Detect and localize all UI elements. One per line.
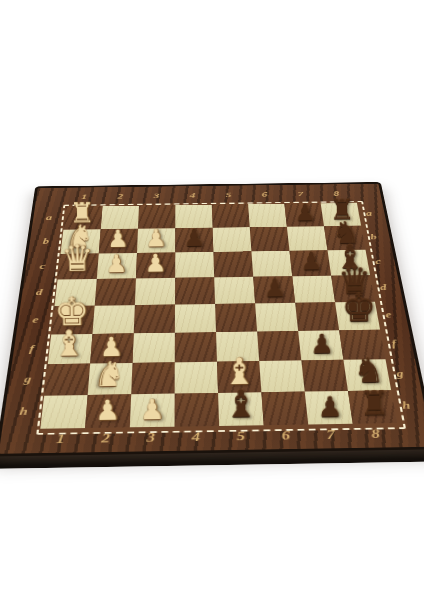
square-e1: ♚ — [51, 306, 94, 335]
label-left-e: e — [22, 306, 48, 335]
square-g7 — [301, 360, 348, 392]
square-c8: ♝ — [328, 250, 371, 276]
square-f4 — [175, 332, 217, 362]
square-a4 — [175, 205, 212, 229]
square-e8: ♚ — [335, 302, 380, 331]
photo-stage: 12345678 12345678 abcdefgh abcdefgh ♜♟♜♞… — [0, 0, 424, 600]
label-left-c: c — [30, 253, 55, 279]
white-pawn-f2: ♟ — [99, 334, 123, 361]
square-g3 — [131, 362, 175, 394]
white-pawn-b2: ♟ — [107, 227, 129, 251]
label-left-h: h — [9, 395, 38, 429]
square-c4 — [175, 252, 214, 278]
square-b6 — [250, 227, 290, 252]
square-a8: ♜ — [321, 203, 361, 226]
square-f7: ♟ — [298, 330, 343, 360]
square-f5 — [216, 331, 259, 361]
chess-board: 12345678 12345678 abcdefgh abcdefgh ♜♟♜♞… — [0, 182, 424, 456]
square-d3 — [135, 278, 175, 305]
black-pawn-c7: ♟ — [300, 249, 322, 274]
square-a7: ♟ — [284, 203, 324, 227]
square-d5 — [214, 277, 255, 304]
square-e4 — [175, 304, 216, 333]
label-top-7: 7 — [282, 188, 319, 201]
square-a6 — [248, 204, 287, 228]
square-f2: ♟ — [90, 333, 134, 363]
square-e7 — [295, 302, 339, 331]
label-top-4: 4 — [174, 189, 210, 202]
square-c1: ♛ — [58, 253, 99, 279]
square-g6 — [259, 360, 305, 392]
board-front-edge — [0, 446, 424, 469]
square-h6 — [261, 392, 308, 426]
square-f3 — [132, 333, 174, 363]
playing-area-dotted-border: ♜♟♜♞♟♟♟♞♛♟♟♟♝♟♛♚♚♝♟♟♞♝♞♟♟♝♟♜ — [36, 201, 406, 435]
square-b7 — [287, 226, 328, 251]
square-b4: ♟ — [175, 228, 213, 253]
square-h2: ♟ — [85, 394, 131, 428]
label-left-a: a — [37, 206, 60, 229]
label-top-6: 6 — [246, 188, 283, 201]
square-e5 — [215, 303, 257, 332]
square-h3: ♟ — [130, 394, 175, 428]
square-c3: ♟ — [136, 252, 175, 278]
black-pawn-d6: ♟ — [263, 275, 286, 300]
white-pawn-h2: ♟ — [95, 396, 120, 424]
square-d7 — [292, 276, 335, 303]
square-g4 — [175, 362, 218, 394]
label-top-5: 5 — [210, 189, 247, 202]
square-e2 — [92, 305, 134, 334]
square-a5 — [212, 204, 250, 228]
square-b1: ♞ — [61, 229, 101, 254]
square-c7: ♟ — [289, 250, 331, 276]
black-rook-a8: ♜ — [329, 196, 354, 224]
square-a3 — [138, 205, 175, 229]
label-left-f: f — [18, 334, 45, 364]
square-h1 — [40, 395, 87, 429]
square-f8 — [339, 330, 385, 360]
square-e3 — [134, 305, 175, 334]
white-pawn-c2: ♟ — [105, 252, 127, 277]
square-d2 — [95, 278, 136, 305]
square-h5: ♝ — [218, 392, 264, 426]
label-top-2: 2 — [102, 190, 139, 203]
square-g2: ♞ — [88, 363, 133, 395]
black-bishop-h5: ♝ — [224, 384, 258, 422]
black-king-e8: ♚ — [341, 288, 376, 327]
white-pawn-h3: ♟ — [139, 396, 164, 424]
label-top-8: 8 — [318, 187, 356, 200]
square-d8: ♛ — [331, 275, 375, 302]
black-pawn-a7: ♟ — [294, 201, 315, 224]
square-e6 — [255, 303, 298, 332]
square-c6 — [251, 251, 292, 277]
square-f6 — [257, 331, 301, 361]
label-top-3: 3 — [138, 190, 174, 203]
white-rook-a1: ♜ — [69, 199, 95, 227]
square-d6: ♟ — [253, 276, 295, 303]
white-pawn-b3: ♟ — [145, 226, 167, 250]
square-d1 — [54, 279, 96, 306]
label-top-1: 1 — [65, 190, 102, 203]
square-c5 — [213, 251, 253, 277]
square-c2: ♟ — [97, 253, 137, 279]
square-b3: ♟ — [137, 228, 175, 253]
square-h8: ♜ — [348, 390, 397, 424]
board-frame: 12345678 12345678 abcdefgh abcdefgh ♜♟♜♞… — [0, 182, 424, 456]
square-a2 — [101, 206, 139, 230]
square-h4 — [175, 393, 220, 427]
white-pawn-c3: ♟ — [144, 251, 166, 276]
label-left-g: g — [14, 364, 42, 396]
square-g5: ♝ — [217, 361, 261, 393]
black-rook-h8: ♜ — [359, 387, 389, 421]
square-d4 — [175, 277, 215, 304]
square-b8: ♞ — [324, 226, 365, 251]
label-left-b: b — [34, 229, 58, 254]
square-h7: ♟ — [305, 391, 353, 425]
board-grid: ♜♟♜♞♟♟♟♞♛♟♟♟♝♟♛♚♚♝♟♟♞♝♞♟♟♝♟♜ — [40, 203, 397, 429]
black-pawn-f7: ♟ — [310, 331, 334, 358]
square-a1: ♜ — [63, 206, 102, 230]
square-b5 — [213, 227, 252, 252]
square-b2: ♟ — [99, 229, 138, 254]
black-pawn-b4: ♟ — [183, 226, 205, 250]
label-left-d: d — [26, 279, 51, 306]
square-g8: ♞ — [343, 359, 391, 391]
square-g1 — [44, 364, 90, 396]
square-f1: ♝ — [48, 334, 93, 364]
black-pawn-h7: ♟ — [317, 393, 342, 421]
